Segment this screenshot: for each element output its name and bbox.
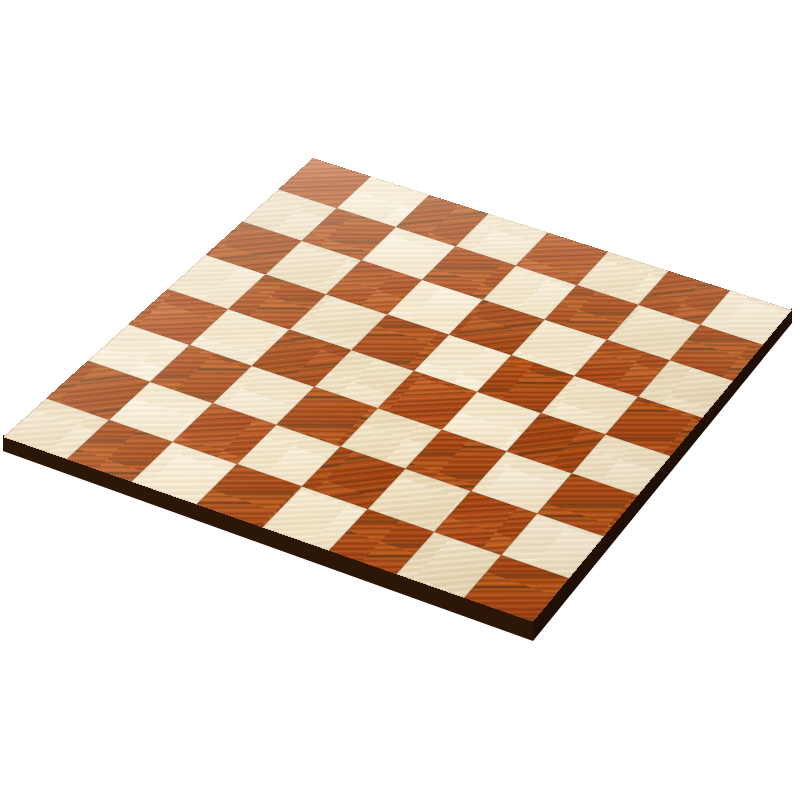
product-photo bbox=[0, 0, 800, 800]
